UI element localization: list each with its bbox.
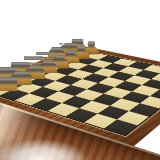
glossy-glare [0, 132, 105, 160]
white-knight: ♞ [59, 43, 76, 60]
white-king: ♚ [36, 52, 54, 70]
white-rook: ♜ [69, 39, 86, 56]
white-knight: ♞ [0, 67, 17, 87]
photo-canvas: ♜♟♞♟♝♟♚♟♛♟♝♟♞♟♜♟ [0, 0, 160, 160]
white-bishop: ♝ [48, 47, 66, 65]
white-queen: ♛ [24, 56, 43, 75]
